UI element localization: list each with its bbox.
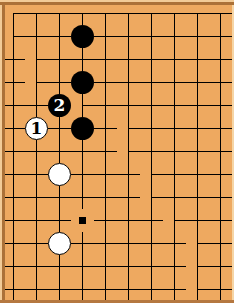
intersection — [140, 255, 163, 278]
intersection — [209, 163, 232, 186]
intersection — [140, 232, 163, 255]
intersection — [25, 140, 48, 163]
intersection — [209, 140, 232, 163]
intersection — [117, 140, 140, 163]
intersection — [209, 255, 232, 278]
intersection — [163, 140, 186, 163]
intersection — [71, 163, 94, 186]
intersection — [163, 48, 186, 71]
intersection — [48, 209, 71, 232]
intersection — [25, 255, 48, 278]
intersection — [209, 186, 232, 209]
intersection — [117, 209, 140, 232]
black-stone-move-2: 2 — [48, 94, 71, 117]
intersection — [25, 94, 48, 117]
intersection — [209, 94, 232, 117]
intersection — [163, 255, 186, 278]
intersection — [2, 278, 25, 301]
intersection — [2, 117, 25, 140]
intersection — [2, 232, 25, 255]
intersection — [25, 209, 48, 232]
intersection — [186, 232, 209, 255]
intersection — [117, 25, 140, 48]
intersection — [48, 71, 71, 94]
intersection — [2, 163, 25, 186]
intersection — [186, 94, 209, 117]
intersection — [48, 2, 71, 25]
white-stone — [48, 163, 71, 186]
white-stone — [48, 232, 71, 255]
intersection — [163, 71, 186, 94]
intersection — [140, 140, 163, 163]
black-stone — [71, 25, 94, 48]
intersection — [25, 48, 48, 71]
intersection — [117, 2, 140, 25]
intersection — [117, 163, 140, 186]
intersection — [117, 186, 140, 209]
intersection — [25, 71, 48, 94]
intersection — [117, 94, 140, 117]
intersection — [2, 255, 25, 278]
intersection — [186, 25, 209, 48]
intersection — [94, 186, 117, 209]
intersection — [48, 48, 71, 71]
intersection — [71, 140, 94, 163]
intersection — [25, 278, 48, 301]
intersection — [94, 278, 117, 301]
intersection — [140, 71, 163, 94]
intersection — [140, 2, 163, 25]
intersection — [117, 71, 140, 94]
intersection — [140, 117, 163, 140]
intersection — [209, 25, 232, 48]
intersection — [48, 278, 71, 301]
intersection — [94, 209, 117, 232]
intersection — [186, 163, 209, 186]
intersection — [71, 232, 94, 255]
intersection — [2, 140, 25, 163]
intersection — [140, 48, 163, 71]
intersection — [48, 255, 71, 278]
intersection — [163, 117, 186, 140]
black-stone — [71, 117, 94, 140]
intersection — [140, 209, 163, 232]
intersection — [186, 255, 209, 278]
intersection — [25, 186, 48, 209]
intersection — [94, 255, 117, 278]
intersection — [2, 71, 25, 94]
intersection — [186, 186, 209, 209]
intersection — [117, 48, 140, 71]
intersection — [117, 232, 140, 255]
intersection — [94, 163, 117, 186]
intersection — [186, 140, 209, 163]
white-stone-move-1: 1 — [25, 117, 48, 140]
intersection — [94, 2, 117, 25]
intersection — [209, 2, 232, 25]
intersection — [209, 209, 232, 232]
intersection — [94, 25, 117, 48]
intersection — [209, 117, 232, 140]
intersection — [140, 25, 163, 48]
intersection — [163, 94, 186, 117]
intersection — [94, 117, 117, 140]
intersection — [186, 117, 209, 140]
intersection — [140, 278, 163, 301]
intersection — [25, 25, 48, 48]
intersection — [163, 25, 186, 48]
intersection — [2, 209, 25, 232]
intersection — [140, 186, 163, 209]
intersection — [94, 48, 117, 71]
intersection — [71, 278, 94, 301]
intersection — [2, 2, 25, 25]
intersection — [186, 278, 209, 301]
intersection — [71, 48, 94, 71]
intersection — [186, 71, 209, 94]
board-frame-top — [0, 0, 234, 5]
intersection — [94, 94, 117, 117]
intersection — [48, 140, 71, 163]
intersection — [209, 278, 232, 301]
intersection — [117, 255, 140, 278]
intersection — [163, 278, 186, 301]
go-board-diagram: 21 — [0, 0, 234, 303]
intersection — [25, 232, 48, 255]
intersection — [25, 2, 48, 25]
intersection — [163, 232, 186, 255]
intersection — [2, 94, 25, 117]
intersection — [163, 2, 186, 25]
intersection — [163, 163, 186, 186]
intersection — [94, 71, 117, 94]
board-edge-right — [232, 0, 234, 303]
black-stone — [71, 71, 94, 94]
intersection — [48, 25, 71, 48]
board-grid: 21 — [2, 2, 234, 303]
intersection — [94, 140, 117, 163]
intersection — [48, 117, 71, 140]
board-frame-left — [0, 0, 5, 303]
intersection — [117, 278, 140, 301]
intersection — [48, 186, 71, 209]
intersection — [209, 71, 232, 94]
intersection — [71, 255, 94, 278]
intersection — [117, 117, 140, 140]
intersection — [140, 94, 163, 117]
intersection — [186, 2, 209, 25]
intersection — [163, 209, 186, 232]
intersection — [186, 48, 209, 71]
intersection — [71, 94, 94, 117]
intersection — [71, 2, 94, 25]
star-point — [79, 217, 86, 224]
intersection — [2, 48, 25, 71]
intersection — [2, 25, 25, 48]
intersection — [94, 232, 117, 255]
intersection — [163, 186, 186, 209]
intersection — [2, 186, 25, 209]
intersection — [25, 163, 48, 186]
intersection — [140, 163, 163, 186]
intersection — [209, 48, 232, 71]
intersection — [209, 232, 232, 255]
intersection — [71, 186, 94, 209]
intersection — [186, 209, 209, 232]
